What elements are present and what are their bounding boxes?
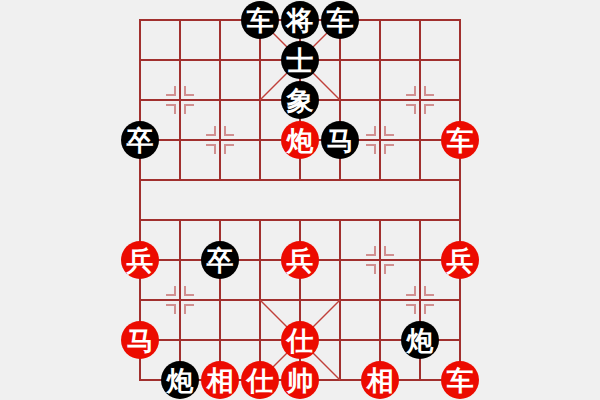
- board-point-c2[interactable]: [200, 280, 240, 320]
- board-point-a0[interactable]: [120, 360, 160, 400]
- piece-black-cannon[interactable]: 炮: [401, 321, 439, 359]
- piece-black-elephant[interactable]: 象: [281, 81, 319, 119]
- board-point-f5[interactable]: [320, 160, 360, 200]
- board-point-a9[interactable]: [120, 0, 160, 40]
- board-point-g4[interactable]: [360, 200, 400, 240]
- board-point-d9[interactable]: 车: [240, 0, 280, 40]
- board-point-c0[interactable]: 相: [200, 360, 240, 400]
- board-point-d8[interactable]: [240, 40, 280, 80]
- board-point-a6[interactable]: 卒: [120, 120, 160, 160]
- board-point-e0[interactable]: 帅: [280, 360, 320, 400]
- board-point-g1[interactable]: [360, 320, 400, 360]
- board-point-h7[interactable]: [400, 80, 440, 120]
- board-point-i4[interactable]: [440, 200, 480, 240]
- board-point-h2[interactable]: [400, 280, 440, 320]
- board-point-h1[interactable]: 炮: [400, 320, 440, 360]
- board-point-f6[interactable]: 马: [320, 120, 360, 160]
- board-point-a2[interactable]: [120, 280, 160, 320]
- board-point-f9[interactable]: 车: [320, 0, 360, 40]
- board-point-d4[interactable]: [240, 200, 280, 240]
- board-point-f4[interactable]: [320, 200, 360, 240]
- board-point-b4[interactable]: [160, 200, 200, 240]
- board-point-b7[interactable]: [160, 80, 200, 120]
- board-point-c9[interactable]: [200, 0, 240, 40]
- piece-red-general[interactable]: 帅: [281, 361, 319, 399]
- board-point-i7[interactable]: [440, 80, 480, 120]
- board-point-e3[interactable]: 兵: [280, 240, 320, 280]
- board-point-a1[interactable]: 马: [120, 320, 160, 360]
- board-point-i2[interactable]: [440, 280, 480, 320]
- board-point-e8[interactable]: 士: [280, 40, 320, 80]
- board-point-d0[interactable]: 仕: [240, 360, 280, 400]
- board-point-e6[interactable]: 炮: [280, 120, 320, 160]
- board-point-i1[interactable]: [440, 320, 480, 360]
- board-point-b3[interactable]: [160, 240, 200, 280]
- piece-black-soldier[interactable]: 卒: [201, 241, 239, 279]
- board-point-g3[interactable]: [360, 240, 400, 280]
- board-point-g6[interactable]: [360, 120, 400, 160]
- board-point-c3[interactable]: 卒: [200, 240, 240, 280]
- piece-red-soldier[interactable]: 兵: [281, 241, 319, 279]
- board-point-d7[interactable]: [240, 80, 280, 120]
- board-point-c1[interactable]: [200, 320, 240, 360]
- piece-black-soldier[interactable]: 卒: [121, 121, 159, 159]
- board-point-c4[interactable]: [200, 200, 240, 240]
- piece-red-cannon[interactable]: 炮: [281, 121, 319, 159]
- board-point-h5[interactable]: [400, 160, 440, 200]
- board-point-h0[interactable]: [400, 360, 440, 400]
- board-point-f8[interactable]: [320, 40, 360, 80]
- board-point-i8[interactable]: [440, 40, 480, 80]
- board-point-e9[interactable]: 将: [280, 0, 320, 40]
- board-point-b8[interactable]: [160, 40, 200, 80]
- piece-red-chariot[interactable]: 车: [441, 361, 479, 399]
- board-point-i0[interactable]: 车: [440, 360, 480, 400]
- piece-red-horse[interactable]: 马: [121, 321, 159, 359]
- board-point-a5[interactable]: [120, 160, 160, 200]
- board-point-b5[interactable]: [160, 160, 200, 200]
- piece-red-chariot[interactable]: 车: [441, 121, 479, 159]
- board-point-g5[interactable]: [360, 160, 400, 200]
- board-point-h8[interactable]: [400, 40, 440, 80]
- board-point-a4[interactable]: [120, 200, 160, 240]
- board-point-h6[interactable]: [400, 120, 440, 160]
- board-point-e4[interactable]: [280, 200, 320, 240]
- board-point-f1[interactable]: [320, 320, 360, 360]
- board-point-a7[interactable]: [120, 80, 160, 120]
- board-point-f2[interactable]: [320, 280, 360, 320]
- board-point-g0[interactable]: 相: [360, 360, 400, 400]
- piece-red-elephant[interactable]: 相: [361, 361, 399, 399]
- board-point-c6[interactable]: [200, 120, 240, 160]
- board-point-e5[interactable]: [280, 160, 320, 200]
- board-point-d2[interactable]: [240, 280, 280, 320]
- board-point-d3[interactable]: [240, 240, 280, 280]
- piece-red-soldier[interactable]: 兵: [441, 241, 479, 279]
- board-point-b1[interactable]: [160, 320, 200, 360]
- board-point-f7[interactable]: [320, 80, 360, 120]
- board-point-b9[interactable]: [160, 0, 200, 40]
- piece-black-general[interactable]: 将: [281, 1, 319, 39]
- board-point-i5[interactable]: [440, 160, 480, 200]
- board-point-h4[interactable]: [400, 200, 440, 240]
- board-point-i6[interactable]: 车: [440, 120, 480, 160]
- piece-black-advisor[interactable]: 士: [281, 41, 319, 79]
- piece-red-advisor[interactable]: 仕: [241, 361, 279, 399]
- piece-black-chariot[interactable]: 车: [321, 1, 359, 39]
- board-point-d1[interactable]: [240, 320, 280, 360]
- board-point-i3[interactable]: 兵: [440, 240, 480, 280]
- piece-red-elephant[interactable]: 相: [201, 361, 239, 399]
- board-point-g9[interactable]: [360, 0, 400, 40]
- board-point-f3[interactable]: [320, 240, 360, 280]
- board-point-c7[interactable]: [200, 80, 240, 120]
- board-point-c8[interactable]: [200, 40, 240, 80]
- piece-red-advisor[interactable]: 仕: [281, 321, 319, 359]
- board-point-d5[interactable]: [240, 160, 280, 200]
- board-point-f0[interactable]: [320, 360, 360, 400]
- piece-black-cannon[interactable]: 炮: [161, 361, 199, 399]
- board-point-h9[interactable]: [400, 0, 440, 40]
- xiangqi-app: 车将车士象卒炮马车兵卒兵兵马仕炮炮相仕帅相车: [0, 0, 600, 400]
- board-point-g8[interactable]: [360, 40, 400, 80]
- board-point-h3[interactable]: [400, 240, 440, 280]
- board-point-e2[interactable]: [280, 280, 320, 320]
- piece-black-horse[interactable]: 马: [321, 121, 359, 159]
- board-point-b2[interactable]: [160, 280, 200, 320]
- board-point-g2[interactable]: [360, 280, 400, 320]
- board-point-g7[interactable]: [360, 80, 400, 120]
- board-point-c5[interactable]: [200, 160, 240, 200]
- board-point-a3[interactable]: 兵: [120, 240, 160, 280]
- board-point-b0[interactable]: 炮: [160, 360, 200, 400]
- board-point-i9[interactable]: [440, 0, 480, 40]
- board-point-d6[interactable]: [240, 120, 280, 160]
- board-point-b6[interactable]: [160, 120, 200, 160]
- xiangqi-board: 车将车士象卒炮马车兵卒兵兵马仕炮炮相仕帅相车: [120, 0, 480, 400]
- board-point-e1[interactable]: 仕: [280, 320, 320, 360]
- board-point-e7[interactable]: 象: [280, 80, 320, 120]
- board-point-a8[interactable]: [120, 40, 160, 80]
- piece-red-soldier[interactable]: 兵: [121, 241, 159, 279]
- piece-black-chariot[interactable]: 车: [241, 1, 279, 39]
